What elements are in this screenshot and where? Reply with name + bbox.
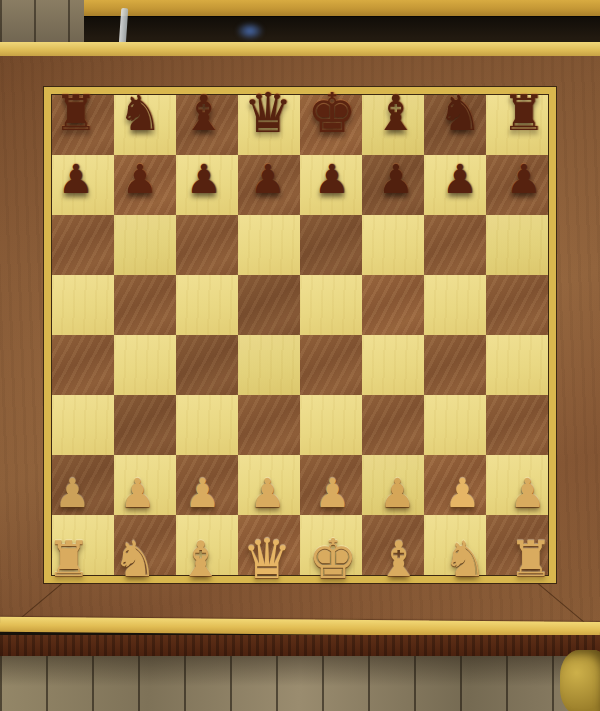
mustard-fabric-object — [560, 650, 600, 711]
square-b2[interactable]: ♟ — [114, 455, 176, 515]
piece-black-rook[interactable]: ♜ — [493, 83, 555, 143]
square-e1[interactable]: ♚ — [300, 515, 362, 575]
square-a3[interactable] — [52, 395, 114, 455]
square-h3[interactable] — [486, 395, 548, 455]
square-g7[interactable]: ♟ — [424, 155, 486, 215]
piece-black-rook[interactable]: ♜ — [45, 83, 107, 143]
piece-white-pawn[interactable]: ♟ — [302, 463, 364, 523]
chess-board: ♜♞♝♛♚♝♞♜♟♟♟♟♟♟♟♟♟♟♟♟♟♟♟♟♜♞♝♛♚♝♞♜ — [51, 94, 549, 576]
square-a5[interactable] — [52, 275, 114, 335]
piece-white-pawn[interactable]: ♟ — [107, 463, 169, 523]
square-d4[interactable] — [238, 335, 300, 395]
square-e5[interactable] — [300, 275, 362, 335]
chess-table-photo: ♜♞♝♛♚♝♞♜♟♟♟♟♟♟♟♟♟♟♟♟♟♟♟♟♜♞♝♛♚♝♞♜ — [0, 0, 600, 711]
square-b8[interactable]: ♞ — [114, 95, 176, 155]
background-shadow — [0, 14, 600, 44]
square-f2[interactable]: ♟ — [362, 455, 424, 515]
square-c2[interactable]: ♟ — [176, 455, 238, 515]
square-f4[interactable] — [362, 335, 424, 395]
piece-white-pawn[interactable]: ♟ — [237, 463, 299, 523]
square-c7[interactable]: ♟ — [176, 155, 238, 215]
square-a6[interactable] — [52, 215, 114, 275]
square-d6[interactable] — [238, 215, 300, 275]
piece-black-pawn[interactable]: ♟ — [173, 149, 235, 209]
square-d3[interactable] — [238, 395, 300, 455]
square-f3[interactable] — [362, 395, 424, 455]
square-c8[interactable]: ♝ — [176, 95, 238, 155]
square-e7[interactable]: ♟ — [300, 155, 362, 215]
square-d7[interactable]: ♟ — [238, 155, 300, 215]
piece-black-pawn[interactable]: ♟ — [365, 149, 427, 209]
piece-black-bishop[interactable]: ♝ — [173, 83, 235, 143]
square-b1[interactable]: ♞ — [114, 515, 176, 575]
piece-white-pawn[interactable]: ♟ — [172, 463, 234, 523]
square-f6[interactable] — [362, 215, 424, 275]
square-h6[interactable] — [486, 215, 548, 275]
square-g5[interactable] — [424, 275, 486, 335]
piece-white-bishop[interactable]: ♝ — [368, 529, 430, 589]
square-f7[interactable]: ♟ — [362, 155, 424, 215]
piece-white-pawn[interactable]: ♟ — [497, 463, 559, 523]
square-g1[interactable]: ♞ — [424, 515, 486, 575]
piece-black-knight[interactable]: ♞ — [429, 83, 491, 143]
square-d8[interactable]: ♛ — [238, 95, 300, 155]
square-a8[interactable]: ♜ — [52, 95, 114, 155]
square-e2[interactable]: ♟ — [300, 455, 362, 515]
square-b3[interactable] — [114, 395, 176, 455]
piece-white-king[interactable]: ♚ — [302, 529, 364, 589]
square-g3[interactable] — [424, 395, 486, 455]
bench-edge — [70, 0, 600, 16]
piece-white-pawn[interactable]: ♟ — [42, 463, 104, 523]
square-b4[interactable] — [114, 335, 176, 395]
square-g2[interactable]: ♟ — [424, 455, 486, 515]
piece-white-knight[interactable]: ♞ — [104, 529, 166, 589]
board-inlay-border: ♜♞♝♛♚♝♞♜♟♟♟♟♟♟♟♟♟♟♟♟♟♟♟♟♜♞♝♛♚♝♞♜ — [43, 86, 557, 584]
piece-white-pawn[interactable]: ♟ — [432, 463, 494, 523]
piece-white-rook[interactable]: ♜ — [500, 529, 562, 589]
square-b6[interactable] — [114, 215, 176, 275]
square-g6[interactable] — [424, 215, 486, 275]
square-h7[interactable]: ♟ — [486, 155, 548, 215]
square-e4[interactable] — [300, 335, 362, 395]
piece-black-knight[interactable]: ♞ — [109, 83, 171, 143]
piece-black-pawn[interactable]: ♟ — [493, 149, 555, 209]
piece-white-bishop[interactable]: ♝ — [170, 529, 232, 589]
piece-black-bishop[interactable]: ♝ — [365, 83, 427, 143]
piece-white-queen[interactable]: ♛ — [236, 529, 298, 589]
table-rim-top — [0, 42, 600, 56]
square-d5[interactable] — [238, 275, 300, 335]
piece-black-pawn[interactable]: ♟ — [109, 149, 171, 209]
square-a4[interactable] — [52, 335, 114, 395]
square-g8[interactable]: ♞ — [424, 95, 486, 155]
square-a2[interactable]: ♟ — [52, 455, 114, 515]
blue-object — [236, 22, 264, 40]
piece-black-king[interactable]: ♚ — [301, 83, 363, 143]
square-f1[interactable]: ♝ — [362, 515, 424, 575]
piece-black-pawn[interactable]: ♟ — [237, 149, 299, 209]
piece-black-queen[interactable]: ♛ — [237, 83, 299, 143]
square-c6[interactable] — [176, 215, 238, 275]
piece-black-pawn[interactable]: ♟ — [301, 149, 363, 209]
square-h2[interactable]: ♟ — [486, 455, 548, 515]
square-a7[interactable]: ♟ — [52, 155, 114, 215]
piece-black-pawn[interactable]: ♟ — [45, 149, 107, 209]
square-d1[interactable]: ♛ — [238, 515, 300, 575]
square-h5[interactable] — [486, 275, 548, 335]
floor-planks — [0, 656, 600, 711]
square-e6[interactable] — [300, 215, 362, 275]
square-f5[interactable] — [362, 275, 424, 335]
square-b7[interactable]: ♟ — [114, 155, 176, 215]
square-c3[interactable] — [176, 395, 238, 455]
square-g4[interactable] — [424, 335, 486, 395]
square-d2[interactable]: ♟ — [238, 455, 300, 515]
square-h4[interactable] — [486, 335, 548, 395]
square-c5[interactable] — [176, 275, 238, 335]
floor-top-left — [0, 0, 84, 46]
square-c4[interactable] — [176, 335, 238, 395]
piece-white-rook[interactable]: ♜ — [38, 529, 100, 589]
piece-white-pawn[interactable]: ♟ — [367, 463, 429, 523]
square-b5[interactable] — [114, 275, 176, 335]
square-c1[interactable]: ♝ — [176, 515, 238, 575]
square-f8[interactable]: ♝ — [362, 95, 424, 155]
square-e3[interactable] — [300, 395, 362, 455]
square-h8[interactable]: ♜ — [486, 95, 548, 155]
square-e8[interactable]: ♚ — [300, 95, 362, 155]
piece-black-pawn[interactable]: ♟ — [429, 149, 491, 209]
piece-white-knight[interactable]: ♞ — [434, 529, 496, 589]
